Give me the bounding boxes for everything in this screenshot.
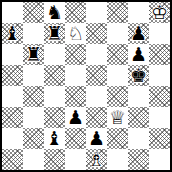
square-e4[interactable] [86,86,107,107]
square-g2[interactable] [128,128,149,149]
square-e5[interactable] [86,65,107,86]
piece-black-king[interactable]: ♚♚ [128,65,149,86]
square-d7[interactable]: ♞♘ [65,23,86,44]
square-h3[interactable] [149,107,170,128]
square-b5[interactable] [23,65,44,86]
square-d5[interactable] [65,65,86,86]
square-f8[interactable] [107,2,128,23]
square-c7[interactable]: ♜♜ [44,23,65,44]
square-a7[interactable]: ♝♝ [2,23,23,44]
piece-glyph: ♟ [65,107,86,128]
square-a4[interactable] [2,86,23,107]
piece-black-rook[interactable]: ♜♜ [44,23,65,44]
square-b2[interactable] [23,128,44,149]
piece-white-bishop[interactable]: ♝♗ [86,149,107,170]
piece-black-pawn[interactable]: ♟♟ [65,107,86,128]
piece-glyph: ♝ [2,23,23,44]
square-f5[interactable] [107,65,128,86]
piece-black-bishop[interactable]: ♝♝ [2,23,23,44]
square-b8[interactable] [23,2,44,23]
square-a3[interactable] [2,107,23,128]
square-c1[interactable] [44,149,65,170]
square-h8[interactable]: ♚♔ [149,2,170,23]
square-e8[interactable] [86,2,107,23]
square-g5[interactable]: ♚♚ [128,65,149,86]
square-c6[interactable] [44,44,65,65]
square-e1[interactable]: ♝♗ [86,149,107,170]
square-c2[interactable]: ♝♝ [44,128,65,149]
square-h1[interactable] [149,149,170,170]
square-b6[interactable]: ♜♜ [23,44,44,65]
piece-white-king[interactable]: ♚♔ [149,2,170,23]
square-d3[interactable]: ♟♟ [65,107,86,128]
square-a1[interactable] [2,149,23,170]
square-e6[interactable] [86,44,107,65]
square-g3[interactable] [128,107,149,128]
square-f6[interactable] [107,44,128,65]
square-f3[interactable]: ♛♕ [107,107,128,128]
square-f7[interactable] [107,23,128,44]
square-h4[interactable] [149,86,170,107]
square-c4[interactable] [44,86,65,107]
square-f2[interactable] [107,128,128,149]
square-h5[interactable] [149,65,170,86]
piece-glyph: ♜ [23,44,44,65]
square-a6[interactable] [2,44,23,65]
square-b3[interactable] [23,107,44,128]
square-d1[interactable] [65,149,86,170]
piece-white-knight[interactable]: ♞♘ [65,23,86,44]
square-h7[interactable] [149,23,170,44]
piece-glyph: ♚ [128,65,149,86]
square-e7[interactable] [86,23,107,44]
piece-glyph: ♕ [107,107,128,128]
square-a5[interactable] [2,65,23,86]
square-h2[interactable] [149,128,170,149]
square-h6[interactable] [149,44,170,65]
piece-glyph: ♝ [44,128,65,149]
piece-glyph: ♔ [149,2,170,23]
piece-glyph: ♗ [86,149,107,170]
square-g4[interactable] [128,86,149,107]
piece-glyph: ♜ [44,23,65,44]
square-b4[interactable] [23,86,44,107]
square-d2[interactable] [65,128,86,149]
square-f1[interactable] [107,149,128,170]
square-a2[interactable] [2,128,23,149]
piece-glyph: ♘ [65,23,86,44]
piece-black-rook[interactable]: ♜♜ [23,44,44,65]
chess-board: ♞♞♚♔♝♝♜♜♞♘♟♟♜♜♟♟♚♚♟♟♛♕♝♝♟♟♝♗ [0,0,172,172]
square-d6[interactable] [65,44,86,65]
square-g1[interactable] [128,149,149,170]
piece-white-queen[interactable]: ♛♕ [107,107,128,128]
piece-black-bishop[interactable]: ♝♝ [44,128,65,149]
square-c5[interactable] [44,65,65,86]
square-b1[interactable] [23,149,44,170]
